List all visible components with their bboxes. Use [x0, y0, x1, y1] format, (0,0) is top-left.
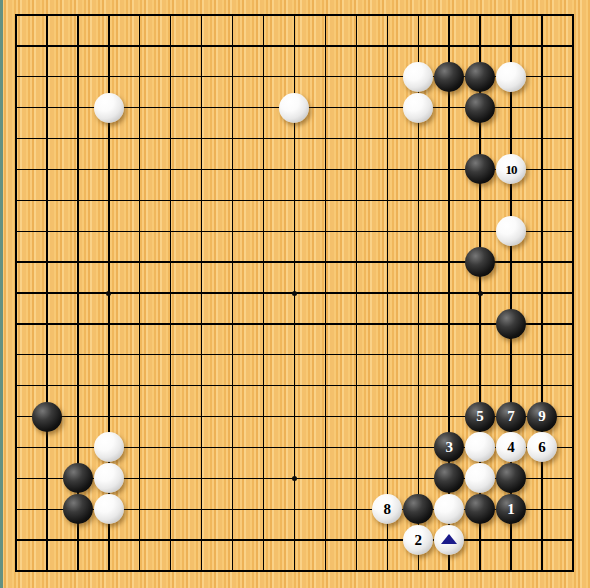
- black-stone-O3: [403, 494, 433, 524]
- black-stone-Q6: 5: [465, 402, 495, 432]
- black-stone-R6: 7: [496, 402, 526, 432]
- grid-line-vertical: [572, 14, 573, 571]
- white-stone-P3: [434, 494, 464, 524]
- black-stone-R9: [496, 309, 526, 339]
- grid-line-vertical: [387, 14, 388, 571]
- white-stone-N3: 8: [372, 494, 402, 524]
- white-stone-O16: [403, 93, 433, 123]
- black-stone-P5: 3: [434, 432, 464, 462]
- grid-line-vertical: [356, 14, 357, 571]
- white-stone-R14: 10: [496, 154, 526, 184]
- white-stone-Q5: [465, 432, 495, 462]
- move-number-label: 3: [445, 439, 453, 454]
- go-board-screenshot: 10579346812: [0, 0, 590, 588]
- white-stone-K16: [279, 93, 309, 123]
- move-number-label: 1: [507, 501, 515, 516]
- star-point: [106, 291, 111, 296]
- grid-line-vertical: [541, 14, 542, 571]
- move-number-label: 10: [506, 162, 517, 175]
- black-stone-R4: [496, 463, 526, 493]
- black-stone-C3: [63, 494, 93, 524]
- black-stone-S6: 9: [527, 402, 557, 432]
- move-number-label: 6: [538, 439, 546, 454]
- triangle-marker-icon: [441, 534, 457, 544]
- black-stone-P17: [434, 62, 464, 92]
- move-number-label: 2: [414, 532, 422, 547]
- black-stone-Q16: [465, 93, 495, 123]
- white-stone-R5: 4: [496, 432, 526, 462]
- grid-line-horizontal: [15, 385, 573, 386]
- grid-line-horizontal: [15, 323, 573, 324]
- white-stone-D5: [94, 432, 124, 462]
- grid-line-horizontal: [15, 354, 573, 355]
- move-number-label: 8: [384, 501, 392, 516]
- grid-line-vertical: [325, 14, 326, 571]
- grid-line-horizontal: [15, 570, 573, 571]
- white-stone-S5: 6: [527, 432, 557, 462]
- grid-line-horizontal: [15, 539, 573, 540]
- go-board[interactable]: 10579346812: [0, 0, 590, 588]
- white-stone-R12: [496, 216, 526, 246]
- black-stone-Q14: [465, 154, 495, 184]
- white-stone-O17: [403, 62, 433, 92]
- black-stone-Q11: [465, 247, 495, 277]
- white-stone-D4: [94, 463, 124, 493]
- white-stone-D16: [94, 93, 124, 123]
- star-point: [478, 291, 483, 296]
- black-stone-C4: [63, 463, 93, 493]
- white-stone-P2: [434, 525, 464, 555]
- black-stone-R3: 1: [496, 494, 526, 524]
- move-number-label: 4: [507, 439, 515, 454]
- star-point: [292, 291, 297, 296]
- white-stone-R17: [496, 62, 526, 92]
- move-number-label: 9: [538, 409, 546, 424]
- move-number-label: 5: [476, 409, 484, 424]
- black-stone-P4: [434, 463, 464, 493]
- white-stone-D3: [94, 494, 124, 524]
- star-point: [292, 476, 297, 481]
- white-stone-Q4: [465, 463, 495, 493]
- black-stone-B6: [32, 402, 62, 432]
- black-stone-Q3: [465, 494, 495, 524]
- white-stone-O2: 2: [403, 525, 433, 555]
- black-stone-Q17: [465, 62, 495, 92]
- move-number-label: 7: [507, 409, 515, 424]
